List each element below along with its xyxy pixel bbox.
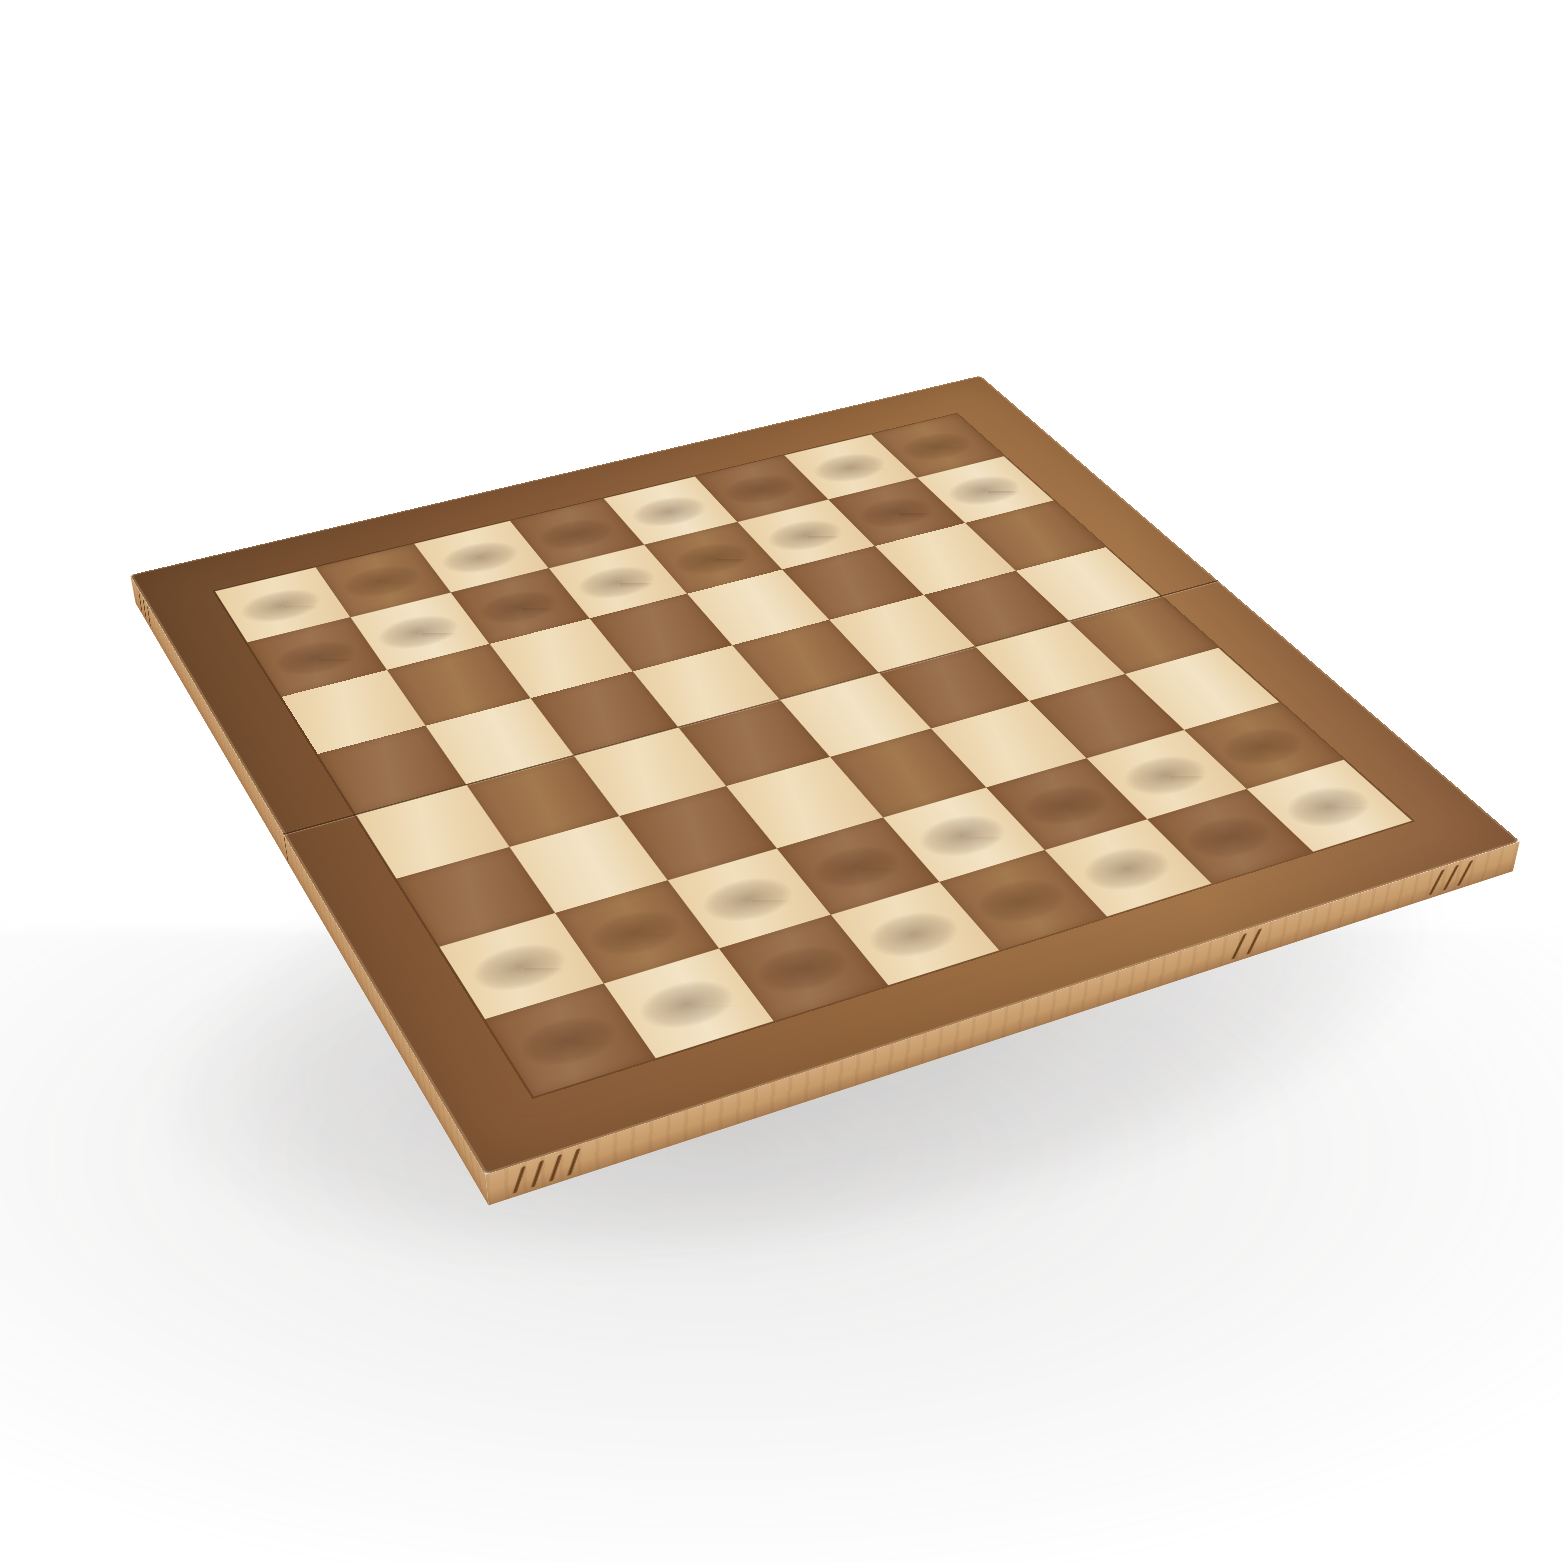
white-rook-icon: ♜ xyxy=(303,945,841,1049)
perspective-scene: ♜♞♝♛♚♝♞♜♟♟♟♟♟♟♟♟♟♟♟♟♟♟♟♟♜♞♝♚♛♝♞♜ xyxy=(0,24,1563,1540)
black-pawn-icon: ♟ xyxy=(93,589,544,665)
board-grid: ♜♞♝♛♚♝♞♜♟♟♟♟♟♟♟♟♟♟♟♟♟♟♟♟♜♞♝♚♛♝♞♜ xyxy=(215,414,1412,1096)
board-plank: ♜♞♝♛♚♝♞♜♟♟♟♟♟♟♟♟♟♟♟♟♟♟♟♟♜♞♝♚♛♝♞♜ xyxy=(130,376,1520,1175)
groove-line xyxy=(548,1154,561,1182)
square-a7[interactable]: ♟ xyxy=(247,617,387,697)
square-d5[interactable] xyxy=(633,645,780,727)
photo-stage: ♜♞♝♛♚♝♞♜♟♟♟♟♟♟♟♟♟♟♟♟♟♟♟♟♜♞♝♚♛♝♞♜ xyxy=(0,24,1563,1540)
square-a1[interactable]: ♜ xyxy=(485,983,656,1096)
board-top-surface: ♜♞♝♛♚♝♞♜♟♟♟♟♟♟♟♟♟♟♟♟♟♟♟♟♜♞♝♚♛♝♞♜ xyxy=(130,376,1520,1175)
chess-board: ♜♞♝♛♚♝♞♜♟♟♟♟♟♟♟♟♟♟♟♟♟♟♟♟♜♞♝♚♛♝♞♜ xyxy=(130,376,1520,1175)
groove-line xyxy=(530,1160,543,1188)
